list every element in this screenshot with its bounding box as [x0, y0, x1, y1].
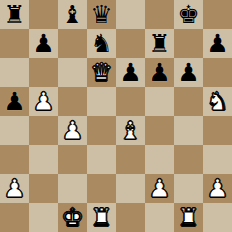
- piece-black-pawn[interactable]: ♟: [206, 29, 228, 58]
- square-a6[interactable]: [0, 58, 29, 87]
- piece-white-bishop[interactable]: ♝: [119, 116, 141, 145]
- square-c1[interactable]: ♚: [58, 203, 87, 232]
- square-a2[interactable]: ♟: [0, 174, 29, 203]
- square-b7[interactable]: ♟: [29, 29, 58, 58]
- piece-white-rook[interactable]: ♜: [177, 203, 199, 232]
- square-h6[interactable]: [203, 58, 232, 87]
- piece-black-rook[interactable]: ♜: [148, 29, 170, 58]
- piece-white-pawn[interactable]: ♟: [206, 174, 228, 203]
- square-f6[interactable]: ♟: [145, 58, 174, 87]
- square-e6[interactable]: ♟: [116, 58, 145, 87]
- square-a8[interactable]: ♜: [0, 0, 29, 29]
- square-d2[interactable]: [87, 174, 116, 203]
- piece-white-pawn[interactable]: ♟: [61, 116, 83, 145]
- square-h5[interactable]: ♞: [203, 87, 232, 116]
- square-d7[interactable]: ♞: [87, 29, 116, 58]
- square-h7[interactable]: ♟: [203, 29, 232, 58]
- square-a3[interactable]: [0, 145, 29, 174]
- square-g2[interactable]: [174, 174, 203, 203]
- piece-black-rook[interactable]: ♜: [3, 0, 25, 29]
- square-e8[interactable]: [116, 0, 145, 29]
- square-f1[interactable]: [145, 203, 174, 232]
- piece-white-pawn[interactable]: ♟: [148, 174, 170, 203]
- piece-white-pawn[interactable]: ♟: [3, 174, 25, 203]
- piece-black-pawn[interactable]: ♟: [32, 29, 54, 58]
- square-e7[interactable]: [116, 29, 145, 58]
- square-f7[interactable]: ♜: [145, 29, 174, 58]
- piece-black-king[interactable]: ♚: [177, 0, 199, 29]
- piece-white-king[interactable]: ♚: [61, 203, 83, 232]
- square-g1[interactable]: ♜: [174, 203, 203, 232]
- square-c4[interactable]: ♟: [58, 116, 87, 145]
- square-g6[interactable]: ♟: [174, 58, 203, 87]
- square-a7[interactable]: [0, 29, 29, 58]
- square-f2[interactable]: ♟: [145, 174, 174, 203]
- piece-black-pawn[interactable]: ♟: [3, 87, 25, 116]
- square-b3[interactable]: [29, 145, 58, 174]
- square-h2[interactable]: ♟: [203, 174, 232, 203]
- square-e5[interactable]: [116, 87, 145, 116]
- square-b8[interactable]: [29, 0, 58, 29]
- square-d8[interactable]: ♛: [87, 0, 116, 29]
- square-d3[interactable]: [87, 145, 116, 174]
- piece-white-knight[interactable]: ♞: [206, 87, 228, 116]
- square-f4[interactable]: [145, 116, 174, 145]
- piece-white-pawn[interactable]: ♟: [32, 87, 54, 116]
- piece-black-knight[interactable]: ♞: [90, 29, 112, 58]
- square-f8[interactable]: [145, 0, 174, 29]
- square-e3[interactable]: [116, 145, 145, 174]
- square-b4[interactable]: [29, 116, 58, 145]
- piece-black-pawn[interactable]: ♟: [148, 58, 170, 87]
- square-b2[interactable]: [29, 174, 58, 203]
- square-a1[interactable]: [0, 203, 29, 232]
- square-d5[interactable]: [87, 87, 116, 116]
- square-a4[interactable]: [0, 116, 29, 145]
- chess-board: ♜♝♛♚♟♞♜♟♛♟♟♟♟♟♞♟♝♟♟♟♚♜♜: [0, 0, 232, 232]
- square-e4[interactable]: ♝: [116, 116, 145, 145]
- square-g3[interactable]: [174, 145, 203, 174]
- square-c8[interactable]: ♝: [58, 0, 87, 29]
- piece-black-queen[interactable]: ♛: [90, 0, 112, 29]
- square-h3[interactable]: [203, 145, 232, 174]
- square-b6[interactable]: [29, 58, 58, 87]
- square-f5[interactable]: [145, 87, 174, 116]
- piece-black-bishop[interactable]: ♝: [61, 0, 83, 29]
- square-g5[interactable]: [174, 87, 203, 116]
- square-h1[interactable]: [203, 203, 232, 232]
- square-c5[interactable]: [58, 87, 87, 116]
- square-c7[interactable]: [58, 29, 87, 58]
- square-c6[interactable]: [58, 58, 87, 87]
- square-e1[interactable]: [116, 203, 145, 232]
- piece-black-pawn[interactable]: ♟: [119, 58, 141, 87]
- piece-white-queen[interactable]: ♛: [90, 58, 112, 87]
- square-h8[interactable]: [203, 0, 232, 29]
- square-d1[interactable]: ♜: [87, 203, 116, 232]
- square-b1[interactable]: [29, 203, 58, 232]
- square-d4[interactable]: [87, 116, 116, 145]
- square-c2[interactable]: [58, 174, 87, 203]
- square-g4[interactable]: [174, 116, 203, 145]
- square-e2[interactable]: [116, 174, 145, 203]
- square-c3[interactable]: [58, 145, 87, 174]
- square-g7[interactable]: [174, 29, 203, 58]
- square-d6[interactable]: ♛: [87, 58, 116, 87]
- square-b5[interactable]: ♟: [29, 87, 58, 116]
- square-a5[interactable]: ♟: [0, 87, 29, 116]
- piece-white-rook[interactable]: ♜: [90, 203, 112, 232]
- square-f3[interactable]: [145, 145, 174, 174]
- square-g8[interactable]: ♚: [174, 0, 203, 29]
- square-h4[interactable]: [203, 116, 232, 145]
- piece-black-pawn[interactable]: ♟: [177, 58, 199, 87]
